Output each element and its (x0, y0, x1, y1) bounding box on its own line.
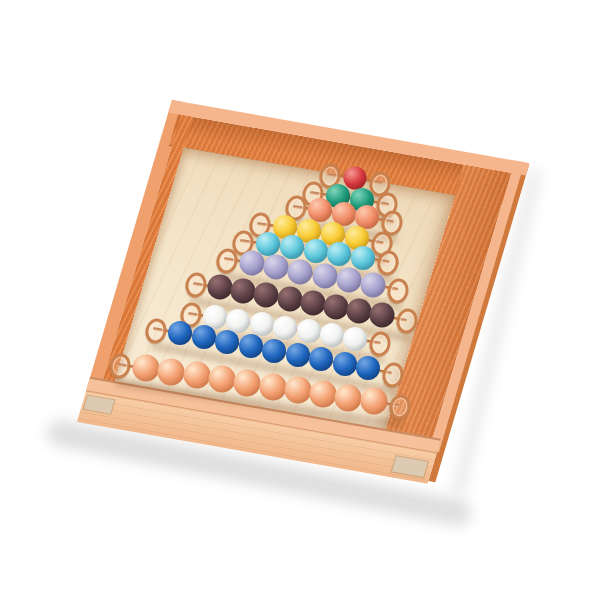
bead-dark-blue (286, 343, 310, 367)
wire-loop-icon (369, 229, 395, 258)
bead-dark-brown (277, 287, 302, 312)
bead-lavender (240, 251, 265, 276)
bead-dark-blue (239, 334, 263, 358)
bead-white (320, 323, 344, 347)
bead-dark-brown (231, 279, 256, 304)
bead-lavender (312, 263, 337, 288)
bead-pearl-orange (259, 373, 286, 400)
bead-bar-shadow (290, 219, 398, 242)
bead-bar-5[interactable] (0, 0, 600, 600)
bead-pearl-orange (234, 369, 261, 396)
bead-bar-6[interactable] (0, 0, 600, 600)
bead-bar-shadow (114, 379, 404, 428)
bead-bar-shadow (307, 205, 393, 225)
bead-white (273, 316, 297, 340)
bead-dark-blue (309, 347, 333, 371)
bead-red (344, 167, 367, 190)
bead-dark-blue (215, 330, 239, 354)
wire-loop-icon (387, 392, 413, 421)
bead-bar-wire (187, 312, 380, 345)
bead-stair (0, 0, 600, 600)
bead-bar-wire (292, 205, 393, 223)
bead-pearl-orange (183, 362, 210, 389)
bead-dark-brown (254, 283, 279, 308)
wire-loop-icon (375, 248, 401, 277)
bead-dark-blue (192, 325, 216, 349)
bead-pearl-orange (335, 384, 362, 411)
bead-bar-wire (152, 327, 391, 375)
wire-loop-icon (247, 211, 273, 240)
bead-bar-4[interactable] (0, 0, 600, 600)
bead-bar-10[interactable] (0, 0, 600, 600)
wire-loop-icon (282, 194, 308, 223)
bead-bar-2[interactable] (0, 0, 600, 600)
wire-loop-icon (317, 162, 343, 191)
wire-loop-icon (394, 306, 420, 335)
bead-bar-shadow (150, 342, 396, 395)
bead-white (250, 312, 274, 336)
wire-loop-icon (183, 270, 209, 299)
bead-pearl-orange (310, 380, 337, 407)
wire-loop-icon (214, 246, 240, 275)
bead-bar-wire (116, 363, 400, 407)
bead-bar-shadow (185, 326, 385, 364)
bead-yellow (321, 222, 345, 246)
bead-lavender (361, 272, 386, 297)
bead-pearl-orange (133, 355, 160, 382)
bead-dark-blue (333, 352, 357, 376)
bead-dark-brown (370, 303, 395, 328)
bead-pearl-orange (158, 358, 185, 385)
wire-loop-icon (107, 352, 133, 381)
bead-dark-blue (356, 356, 380, 380)
bead-light-blue (327, 242, 351, 266)
bead-bar-3[interactable] (0, 0, 600, 600)
bead-white (226, 309, 250, 333)
wire-loop-icon (374, 191, 400, 220)
bead-stair-tray-photo (0, 0, 600, 600)
bead-bar-wire (327, 173, 383, 185)
bead-bar-shadow (324, 187, 386, 204)
bead-pearl-orange (360, 388, 387, 415)
bead-light-blue (304, 239, 328, 263)
wire-loop-icon (385, 276, 411, 305)
bead-green (350, 188, 374, 212)
bead-bar-8[interactable] (0, 0, 600, 600)
bead-dark-blue (168, 321, 192, 345)
bead-lavender (288, 259, 313, 284)
bead-white (297, 319, 321, 343)
bead-bar-shadow (190, 297, 411, 342)
wire-loop-icon (178, 301, 204, 330)
bead-lavender (264, 255, 289, 280)
bead-white (203, 305, 227, 329)
wire-loop-icon (367, 169, 393, 198)
wire-loop-icon (142, 316, 168, 345)
bead-yellow (297, 219, 321, 243)
bead-dark-brown (208, 275, 233, 300)
bead-bar-7[interactable] (0, 0, 600, 600)
bead-white (343, 327, 367, 351)
bead-bar-wire (193, 282, 407, 322)
bead-lavender (336, 268, 361, 293)
bead-yellow (273, 215, 297, 239)
bead-pearl-orange (284, 377, 311, 404)
bead-bar-shadow (254, 236, 388, 263)
bead-bar-wire (240, 239, 390, 263)
bead-salmon-pink (332, 202, 356, 226)
bead-bar-wire (224, 257, 399, 291)
bead-bar-wire (257, 222, 384, 244)
wire-loop-icon (367, 330, 393, 359)
bead-light-blue (256, 232, 280, 256)
bead-yellow (345, 226, 369, 250)
bead-dark-brown (300, 291, 325, 316)
wire-loop-icon (379, 360, 405, 389)
bead-dark-brown (324, 295, 349, 320)
bead-bar-shadow (238, 254, 394, 283)
bead-dark-blue (262, 339, 286, 363)
bead-salmon-pink (308, 198, 332, 222)
bead-bar-wire (310, 191, 390, 206)
wire-loop-icon (300, 180, 326, 209)
bead-bar-shadow (221, 272, 403, 311)
bead-salmon-pink (355, 205, 379, 229)
bead-green (326, 184, 350, 208)
bead-dark-brown (347, 299, 372, 324)
bead-light-blue (280, 235, 304, 259)
bead-pearl-orange (208, 366, 235, 393)
wire-loop-icon (230, 228, 256, 257)
wire-loop-icon (378, 208, 404, 237)
bead-light-blue (351, 246, 375, 270)
bead-bar-9[interactable] (0, 0, 600, 600)
bead-bar-1[interactable] (0, 0, 600, 600)
